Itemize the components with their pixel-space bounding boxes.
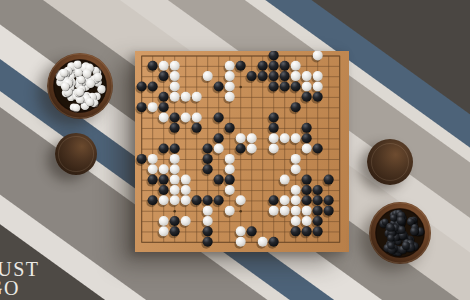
go-scene: JUST GO [0, 0, 470, 300]
logo-line-1: JUST [0, 260, 40, 278]
bowl-lid-left [55, 133, 97, 175]
white-bowl-stones [47, 53, 113, 119]
logo-line-2: GO [0, 279, 40, 297]
brand-logo: JUST GO [0, 260, 40, 297]
white-stone-bowl [47, 53, 113, 119]
black-bowl-stones [369, 202, 431, 264]
bowl-lid-right [367, 139, 413, 185]
go-board[interactable] [135, 51, 349, 252]
black-stone-bowl [369, 202, 431, 264]
go-board-grid [135, 51, 349, 252]
